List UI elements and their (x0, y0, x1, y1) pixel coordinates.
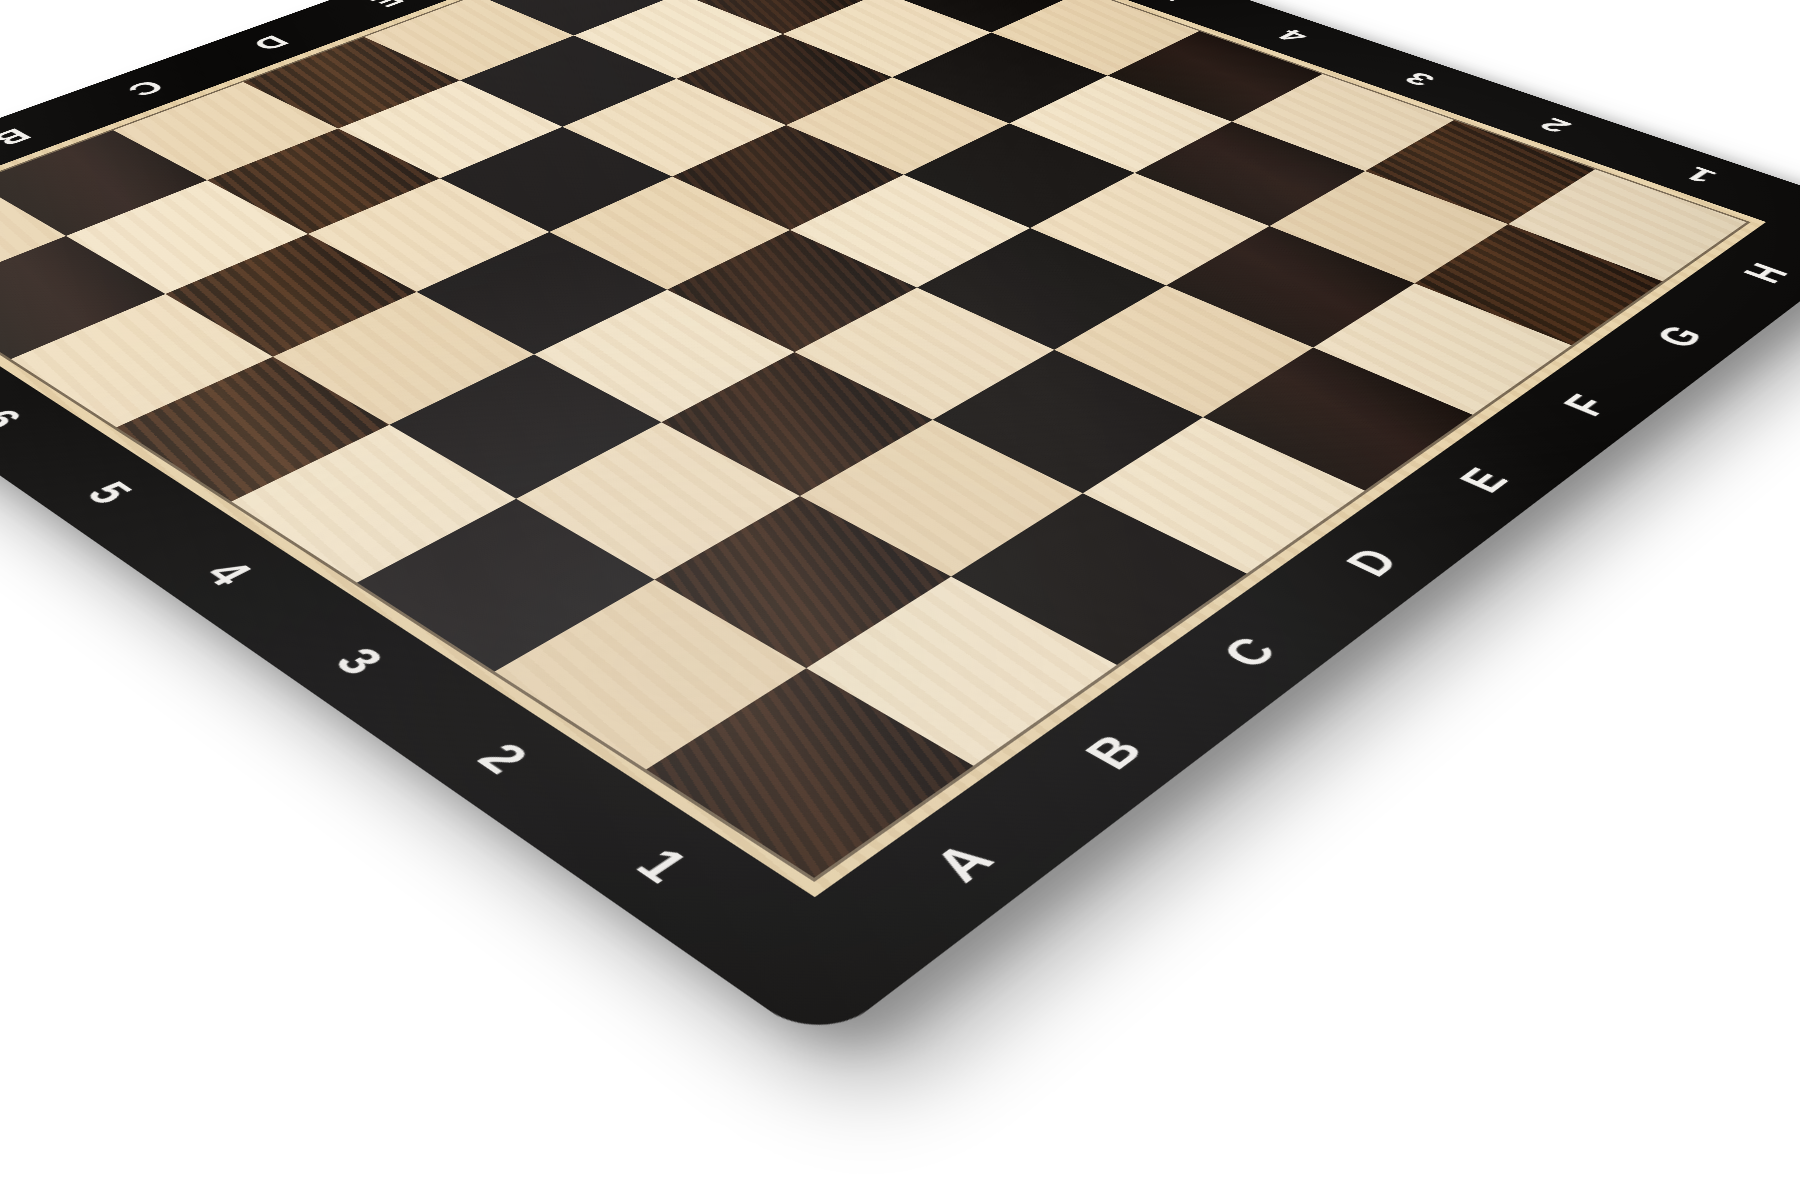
file-label-near-c: C (1208, 628, 1291, 676)
file-label-near-f: F (1551, 388, 1622, 422)
chess-board: AABBCCDDEEFFGGHH1122334455667788 (0, 0, 1800, 1046)
rank-label-left-4: 4 (192, 553, 266, 594)
rank-label-right-3: 3 (1396, 68, 1443, 90)
file-label-near-d: D (1333, 540, 1412, 584)
perspective-scene: AABBCCDDEEFFGGHH1122334455667788 (0, 0, 1800, 1200)
file-label-far-c: C (118, 77, 172, 101)
file-label-far-b: B (0, 124, 39, 150)
rank-label-left-1: 1 (622, 838, 704, 893)
rank-label-right-5: 5 (1151, 0, 1197, 5)
file-label-near-b: B (1071, 725, 1157, 778)
file-label-near-e: E (1447, 461, 1522, 500)
rank-label-left-6: 6 (0, 403, 35, 437)
rank-label-left-2: 2 (464, 734, 543, 783)
file-label-far-e: E (362, 0, 412, 11)
file-label-near-a: A (919, 833, 1009, 892)
rank-label-right-2: 2 (1531, 114, 1579, 137)
rank-label-left-5: 5 (74, 475, 146, 512)
file-label-far-d: D (244, 32, 297, 54)
board-photo: AABBCCDDEEFFGGHH1122334455667788 (0, 0, 1800, 1200)
board-squares (0, 0, 1746, 878)
rank-label-left-3: 3 (322, 639, 399, 684)
file-label-near-g: G (1644, 319, 1716, 353)
rank-label-right-1: 1 (1675, 163, 1724, 188)
file-label-near-h: H (1732, 258, 1800, 289)
rank-label-right-4: 4 (1269, 26, 1315, 46)
